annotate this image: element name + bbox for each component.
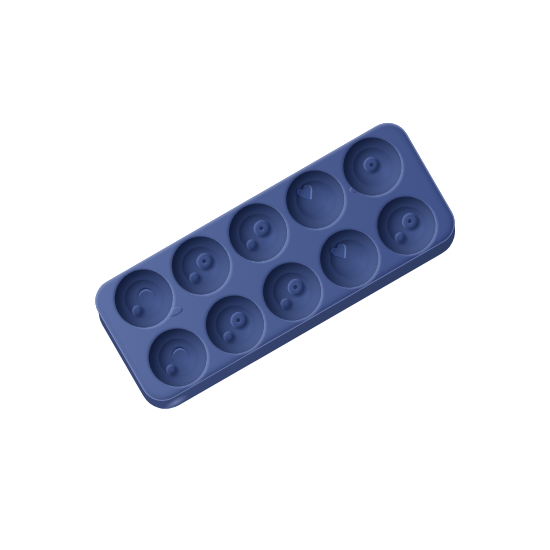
circle-emboss-icon xyxy=(130,303,145,318)
stem-emboss-icon xyxy=(136,287,156,303)
photo-stage: ♥♥ xyxy=(0,0,550,550)
circle-emboss-icon xyxy=(193,250,216,273)
tray-top-surface: ♥♥ xyxy=(87,115,462,409)
circle-emboss-icon xyxy=(221,329,236,344)
circle-emboss-icon xyxy=(278,296,293,311)
ice-cube-tray: ♥♥ xyxy=(87,115,462,409)
heart-emboss-icon: ♥ xyxy=(293,180,319,207)
circle-emboss-icon xyxy=(284,276,307,299)
circle-emboss-icon xyxy=(250,217,273,240)
circle-emboss-icon xyxy=(360,154,382,176)
circle-emboss-icon xyxy=(399,210,422,233)
cavity-grid: ♥♥ xyxy=(87,115,462,409)
cavity-r1c5 xyxy=(333,127,412,206)
circle-emboss-icon xyxy=(227,309,250,332)
circle-emboss-icon xyxy=(393,230,408,245)
heart-emboss-icon: ♥ xyxy=(327,239,353,266)
circle-emboss-icon xyxy=(164,362,179,377)
stem-emboss-icon xyxy=(170,346,190,362)
circle-emboss-icon xyxy=(244,237,259,252)
circle-emboss-icon xyxy=(187,270,202,285)
